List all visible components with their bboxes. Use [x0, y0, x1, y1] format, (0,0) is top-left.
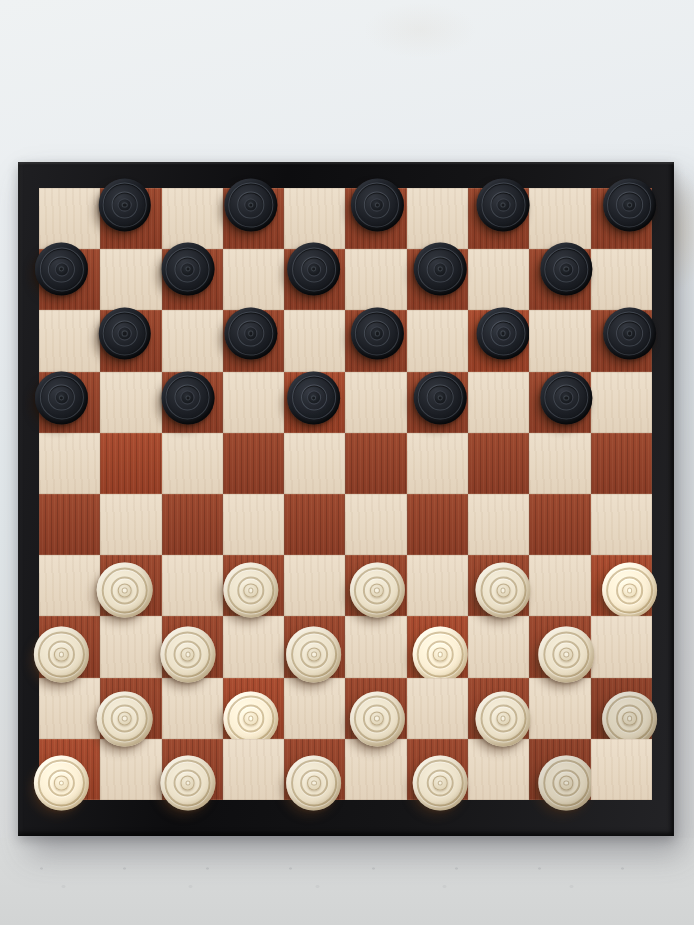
- square-dark[interactable]: [223, 433, 284, 494]
- square-dark[interactable]: [345, 310, 406, 371]
- white-piece[interactable]: [349, 563, 404, 618]
- piece-center-nub: [181, 262, 195, 276]
- black-piece[interactable]: [603, 307, 656, 360]
- square-light: [39, 310, 100, 371]
- piece-center-nub: [433, 262, 447, 276]
- black-piece[interactable]: [540, 371, 593, 424]
- piece-center-nub: [244, 583, 258, 597]
- square-light: [345, 249, 406, 310]
- square-light: [100, 372, 161, 433]
- square-dark[interactable]: [468, 555, 529, 616]
- square-dark[interactable]: [468, 433, 529, 494]
- piece-center-nub: [433, 391, 447, 405]
- square-dark[interactable]: [284, 372, 345, 433]
- white-piece[interactable]: [413, 627, 468, 682]
- white-piece[interactable]: [286, 755, 341, 810]
- square-dark[interactable]: [162, 494, 223, 555]
- piece-center-nub: [244, 198, 258, 212]
- black-piece[interactable]: [224, 179, 277, 232]
- square-light: [100, 249, 161, 310]
- square-light: [223, 739, 284, 800]
- black-piece[interactable]: [351, 179, 404, 232]
- piece-center-nub: [54, 776, 68, 790]
- white-piece[interactable]: [160, 627, 215, 682]
- square-dark[interactable]: [284, 616, 345, 677]
- piece-center-nub: [370, 327, 384, 341]
- black-piece[interactable]: [98, 307, 151, 360]
- square-dark[interactable]: [284, 739, 345, 800]
- square-dark[interactable]: [468, 188, 529, 249]
- table-surface: [0, 838, 694, 925]
- white-piece[interactable]: [539, 755, 594, 810]
- square-light: [100, 616, 161, 677]
- piece-center-nub: [244, 327, 258, 341]
- square-dark[interactable]: [591, 555, 652, 616]
- square-light: [591, 372, 652, 433]
- square-light: [223, 372, 284, 433]
- square-light: [223, 616, 284, 677]
- square-light: [591, 739, 652, 800]
- square-light: [407, 433, 468, 494]
- square-light: [284, 310, 345, 371]
- checkers-board-grid: [39, 188, 652, 800]
- square-light: [345, 739, 406, 800]
- square-dark[interactable]: [39, 494, 100, 555]
- square-light: [39, 188, 100, 249]
- square-light: [345, 372, 406, 433]
- square-dark[interactable]: [345, 188, 406, 249]
- piece-center-nub: [307, 647, 321, 661]
- square-dark[interactable]: [100, 310, 161, 371]
- square-dark[interactable]: [100, 433, 161, 494]
- white-piece[interactable]: [476, 563, 531, 618]
- white-piece[interactable]: [223, 563, 278, 618]
- square-dark[interactable]: [100, 555, 161, 616]
- square-light: [468, 249, 529, 310]
- white-piece[interactable]: [97, 691, 152, 746]
- black-piece[interactable]: [288, 243, 341, 296]
- black-piece[interactable]: [414, 371, 467, 424]
- piece-center-nub: [55, 391, 69, 405]
- square-dark[interactable]: [407, 249, 468, 310]
- square-light: [162, 188, 223, 249]
- square-light: [284, 433, 345, 494]
- square-dark[interactable]: [345, 433, 406, 494]
- square-dark[interactable]: [162, 372, 223, 433]
- square-dark[interactable]: [284, 494, 345, 555]
- square-dark[interactable]: [223, 310, 284, 371]
- piece-center-nub: [496, 327, 510, 341]
- square-light: [345, 494, 406, 555]
- black-piece[interactable]: [288, 371, 341, 424]
- piece-center-nub: [559, 262, 573, 276]
- piece-center-nub: [370, 583, 384, 597]
- square-dark[interactable]: [162, 739, 223, 800]
- square-light: [39, 433, 100, 494]
- piece-center-nub: [181, 391, 195, 405]
- white-piece[interactable]: [286, 627, 341, 682]
- square-light: [223, 494, 284, 555]
- photo-scene: [0, 0, 694, 925]
- square-dark[interactable]: [407, 739, 468, 800]
- square-dark[interactable]: [39, 249, 100, 310]
- piece-center-nub: [559, 776, 573, 790]
- square-light: [223, 249, 284, 310]
- square-light: [284, 188, 345, 249]
- square-dark[interactable]: [468, 310, 529, 371]
- black-piece[interactable]: [477, 179, 530, 232]
- black-piece[interactable]: [224, 307, 277, 360]
- square-light: [162, 678, 223, 739]
- square-light: [529, 188, 590, 249]
- square-light: [529, 310, 590, 371]
- piece-center-nub: [181, 776, 195, 790]
- square-light: [468, 372, 529, 433]
- white-piece[interactable]: [97, 563, 152, 618]
- piece-center-nub: [307, 262, 321, 276]
- square-light: [529, 555, 590, 616]
- square-dark[interactable]: [591, 433, 652, 494]
- white-piece[interactable]: [349, 691, 404, 746]
- black-piece[interactable]: [603, 179, 656, 232]
- square-light: [529, 678, 590, 739]
- square-dark[interactable]: [223, 555, 284, 616]
- square-dark[interactable]: [284, 249, 345, 310]
- square-dark[interactable]: [39, 616, 100, 677]
- piece-center-nub: [433, 776, 447, 790]
- square-light: [468, 616, 529, 677]
- square-light: [100, 739, 161, 800]
- square-dark[interactable]: [162, 616, 223, 677]
- square-light: [591, 616, 652, 677]
- piece-center-nub: [623, 198, 637, 212]
- piece-center-nub: [370, 198, 384, 212]
- square-dark[interactable]: [223, 678, 284, 739]
- square-dark[interactable]: [591, 188, 652, 249]
- square-dark[interactable]: [529, 372, 590, 433]
- piece-center-nub: [118, 198, 132, 212]
- black-piece[interactable]: [35, 371, 88, 424]
- square-dark[interactable]: [162, 249, 223, 310]
- piece-center-nub: [181, 647, 195, 661]
- square-dark[interactable]: [407, 616, 468, 677]
- square-light: [407, 310, 468, 371]
- black-piece[interactable]: [414, 243, 467, 296]
- square-light: [162, 555, 223, 616]
- square-light: [39, 555, 100, 616]
- square-light: [468, 739, 529, 800]
- piece-center-nub: [55, 262, 69, 276]
- white-piece[interactable]: [602, 563, 657, 618]
- white-piece[interactable]: [34, 755, 89, 810]
- black-piece[interactable]: [98, 179, 151, 232]
- piece-center-nub: [496, 712, 510, 726]
- square-light: [591, 249, 652, 310]
- square-light: [407, 678, 468, 739]
- piece-center-nub: [54, 647, 68, 661]
- square-dark[interactable]: [345, 678, 406, 739]
- square-dark[interactable]: [529, 249, 590, 310]
- piece-center-nub: [559, 391, 573, 405]
- black-piece[interactable]: [35, 243, 88, 296]
- square-dark[interactable]: [591, 678, 652, 739]
- square-dark[interactable]: [100, 188, 161, 249]
- black-piece[interactable]: [540, 243, 593, 296]
- square-dark[interactable]: [529, 494, 590, 555]
- square-light: [529, 433, 590, 494]
- square-light: [100, 494, 161, 555]
- piece-center-nub: [433, 647, 447, 661]
- square-light: [407, 188, 468, 249]
- white-piece[interactable]: [34, 627, 89, 682]
- square-dark[interactable]: [529, 739, 590, 800]
- square-dark[interactable]: [529, 616, 590, 677]
- checkers-board-frame: [18, 162, 674, 836]
- black-piece[interactable]: [351, 307, 404, 360]
- square-dark[interactable]: [345, 555, 406, 616]
- square-light: [345, 616, 406, 677]
- piece-center-nub: [622, 712, 636, 726]
- square-light: [284, 555, 345, 616]
- square-dark[interactable]: [39, 372, 100, 433]
- black-piece[interactable]: [161, 371, 214, 424]
- piece-center-nub: [118, 327, 132, 341]
- piece-center-nub: [117, 712, 131, 726]
- piece-center-nub: [307, 391, 321, 405]
- white-piece[interactable]: [413, 755, 468, 810]
- piece-center-nub: [623, 327, 637, 341]
- square-light: [39, 678, 100, 739]
- square-light: [162, 433, 223, 494]
- piece-center-nub: [370, 712, 384, 726]
- piece-center-nub: [496, 198, 510, 212]
- piece-center-nub: [244, 712, 258, 726]
- square-dark[interactable]: [39, 739, 100, 800]
- square-light: [284, 678, 345, 739]
- piece-center-nub: [307, 776, 321, 790]
- piece-center-nub: [622, 583, 636, 597]
- square-dark[interactable]: [468, 678, 529, 739]
- square-light: [407, 555, 468, 616]
- black-piece[interactable]: [161, 243, 214, 296]
- white-piece[interactable]: [539, 627, 594, 682]
- square-light: [591, 494, 652, 555]
- piece-center-nub: [117, 583, 131, 597]
- black-piece[interactable]: [477, 307, 530, 360]
- square-light: [468, 494, 529, 555]
- square-dark[interactable]: [407, 372, 468, 433]
- square-dark[interactable]: [591, 310, 652, 371]
- square-dark[interactable]: [407, 494, 468, 555]
- square-dark[interactable]: [100, 678, 161, 739]
- piece-center-nub: [559, 647, 573, 661]
- square-light: [162, 310, 223, 371]
- white-piece[interactable]: [476, 691, 531, 746]
- white-piece[interactable]: [160, 755, 215, 810]
- square-dark[interactable]: [223, 188, 284, 249]
- piece-center-nub: [496, 583, 510, 597]
